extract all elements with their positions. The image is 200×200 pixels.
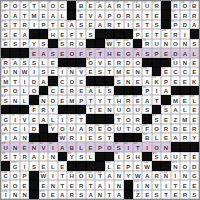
cell-4-19[interactable]: R: [171, 29, 180, 38]
cell-21-21[interactable]: S: [190, 190, 199, 199]
cell-16-6[interactable]: 92I: [48, 142, 57, 151]
cell-9-21[interactable]: K: [190, 76, 199, 85]
cell-2-6[interactable]: A: [48, 10, 57, 19]
cell-1-3[interactable]: 3S: [20, 1, 29, 10]
cell-3-17[interactable]: S: [152, 20, 161, 29]
cell-12-4[interactable]: 70F: [29, 105, 38, 114]
cell-1-19[interactable]: 17R: [171, 1, 180, 10]
cell-18-3[interactable]: I: [20, 161, 29, 170]
cell-9-13[interactable]: 54S: [114, 76, 123, 85]
cell-14-6[interactable]: 82Y: [48, 124, 57, 133]
cell-3-14[interactable]: I: [124, 20, 133, 29]
cell-14-2[interactable]: C: [10, 124, 19, 133]
cell-19-21[interactable]: G: [190, 171, 199, 180]
cell-9-15[interactable]: E: [133, 76, 142, 85]
cell-3-20[interactable]: D: [180, 20, 189, 29]
cell-2-5[interactable]: E: [39, 10, 48, 19]
cell-13-9[interactable]: 78T: [76, 114, 85, 123]
cell-10-6[interactable]: 57C: [48, 86, 57, 95]
cell-5-7[interactable]: 31S: [58, 39, 67, 48]
cell-17-6[interactable]: N: [48, 152, 57, 161]
cell-11-12[interactable]: T: [105, 95, 114, 104]
cell-19-1[interactable]: 104C: [1, 171, 10, 180]
cell-21-16[interactable]: E: [142, 190, 151, 199]
cell-14-8[interactable]: U: [67, 124, 76, 133]
cell-15-7[interactable]: 87W: [58, 133, 67, 142]
cell-17-4[interactable]: A: [29, 152, 38, 161]
cell-4-17[interactable]: T: [152, 29, 161, 38]
cell-18-6[interactable]: L: [48, 161, 57, 170]
cell-14-21[interactable]: R: [190, 124, 199, 133]
cell-20-18[interactable]: I: [161, 180, 170, 189]
cell-9-4[interactable]: D: [29, 76, 38, 85]
cell-1-1[interactable]: 1P: [1, 1, 10, 10]
cell-6-4[interactable]: 36E: [29, 48, 38, 57]
cell-11-14[interactable]: 65R: [124, 95, 133, 104]
cell-3-13[interactable]: T: [114, 20, 123, 29]
cell-5-1[interactable]: 30E: [1, 39, 10, 48]
cell-21-18[interactable]: T: [161, 190, 170, 199]
cell-13-6[interactable]: L: [48, 114, 57, 123]
cell-15-11[interactable]: S: [95, 133, 104, 142]
cell-16-13[interactable]: 93S: [114, 142, 123, 151]
cell-21-3[interactable]: N: [20, 190, 29, 199]
cell-15-9[interactable]: I: [76, 133, 85, 142]
cell-3-16[interactable]: T: [142, 20, 151, 29]
cell-2-17[interactable]: E: [152, 10, 161, 19]
cell-18-14[interactable]: P: [124, 161, 133, 170]
cell-16-12[interactable]: O: [105, 142, 114, 151]
cell-15-8[interactable]: R: [67, 133, 76, 142]
cell-13-17[interactable]: 80S: [152, 114, 161, 123]
cell-6-16[interactable]: S: [142, 48, 151, 57]
cell-8-2[interactable]: N: [10, 67, 19, 76]
cell-9-2[interactable]: T: [10, 76, 19, 85]
cell-18-7[interactable]: E: [58, 161, 67, 170]
cell-19-7[interactable]: T: [58, 171, 67, 180]
cell-18-5[interactable]: E: [39, 161, 48, 170]
cell-3-11[interactable]: A: [95, 20, 104, 29]
cell-10-8[interactable]: R: [67, 86, 76, 95]
cell-3-4[interactable]: I: [29, 20, 38, 29]
cell-8-6[interactable]: E: [48, 67, 57, 76]
cell-5-4[interactable]: Y: [29, 39, 38, 48]
cell-5-16[interactable]: 35R: [142, 39, 151, 48]
cell-1-10[interactable]: 9E: [86, 1, 95, 10]
cell-9-17[interactable]: 55K: [152, 76, 161, 85]
cell-20-10[interactable]: T: [86, 180, 95, 189]
cell-10-18[interactable]: A: [161, 86, 170, 95]
cell-16-3[interactable]: E: [20, 142, 29, 151]
cell-6-20[interactable]: A: [180, 48, 189, 57]
cell-10-4[interactable]: O: [29, 86, 38, 95]
cell-11-7[interactable]: E: [58, 95, 67, 104]
cell-17-3[interactable]: R: [20, 152, 29, 161]
cell-4-2[interactable]: E: [10, 29, 19, 38]
cell-4-10[interactable]: S: [86, 29, 95, 38]
cell-8-18[interactable]: 51E: [161, 67, 170, 76]
cell-15-20[interactable]: R: [180, 133, 189, 142]
cell-1-21[interactable]: 19B: [190, 1, 199, 10]
cell-3-10[interactable]: E: [86, 20, 95, 29]
cell-5-18[interactable]: N: [161, 39, 170, 48]
cell-4-18[interactable]: 29E: [161, 29, 170, 38]
cell-20-19[interactable]: T: [171, 180, 180, 189]
cell-7-1[interactable]: 41R: [1, 58, 10, 67]
cell-18-19[interactable]: 103N: [171, 161, 180, 170]
cell-12-10[interactable]: 71T: [86, 105, 95, 114]
cell-20-2[interactable]: O: [10, 180, 19, 189]
cell-2-13[interactable]: O: [114, 10, 123, 19]
cell-17-8[interactable]: 97Y: [67, 152, 76, 161]
cell-6-15[interactable]: 40A: [133, 48, 142, 57]
cell-5-19[interactable]: O: [171, 39, 180, 48]
cell-20-17[interactable]: V: [152, 180, 161, 189]
cell-13-4[interactable]: E: [29, 114, 38, 123]
cell-13-19[interactable]: Z: [171, 114, 180, 123]
cell-18-16[interactable]: 102W: [142, 161, 151, 170]
cell-12-18[interactable]: 72S: [161, 105, 170, 114]
cell-11-17[interactable]: T: [152, 95, 161, 104]
cell-15-1[interactable]: 86I: [1, 133, 10, 142]
cell-15-19[interactable]: A: [171, 133, 180, 142]
cell-21-7[interactable]: A: [58, 190, 67, 199]
cell-17-10[interactable]: L: [86, 152, 95, 161]
cell-11-13[interactable]: 64H: [114, 95, 123, 104]
cell-17-5[interactable]: I: [39, 152, 48, 161]
cell-4-15[interactable]: 28P: [133, 29, 142, 38]
cell-7-6[interactable]: E: [48, 58, 57, 67]
cell-16-7[interactable]: A: [58, 142, 67, 151]
cell-14-9[interactable]: A: [76, 124, 85, 133]
cell-20-11[interactable]: A: [95, 180, 104, 189]
cell-11-16[interactable]: A: [142, 95, 151, 104]
cell-9-3[interactable]: I: [20, 76, 29, 85]
cell-20-3[interactable]: E: [20, 180, 29, 189]
cell-5-2[interactable]: S: [10, 39, 19, 48]
cell-6-18[interactable]: E: [161, 48, 170, 57]
cell-9-20[interactable]: E: [180, 76, 189, 85]
cell-13-14[interactable]: O: [124, 114, 133, 123]
cell-21-1[interactable]: 114I: [1, 190, 10, 199]
cell-21-9[interactable]: S: [76, 190, 85, 199]
cell-11-6[interactable]: O: [48, 95, 57, 104]
cell-21-5[interactable]: 115D: [39, 190, 48, 199]
cell-13-3[interactable]: 75V: [20, 114, 29, 123]
cell-4-6[interactable]: 27H: [48, 29, 57, 38]
cell-19-3[interactable]: P: [20, 171, 29, 180]
cell-6-13[interactable]: E: [114, 48, 123, 57]
cell-7-20[interactable]: N: [180, 58, 189, 67]
cell-10-17[interactable]: I: [152, 86, 161, 95]
cell-7-14[interactable]: D: [124, 58, 133, 67]
cell-2-2[interactable]: A: [10, 10, 19, 19]
cell-8-11[interactable]: S: [95, 67, 104, 76]
cell-7-12[interactable]: E: [105, 58, 114, 67]
cell-19-8[interactable]: 106H: [67, 171, 76, 180]
cell-21-11[interactable]: N: [95, 190, 104, 199]
cell-4-7[interactable]: E: [58, 29, 67, 38]
cell-4-20[interactable]: I: [180, 29, 189, 38]
cell-8-1[interactable]: 46U: [1, 67, 10, 76]
cell-12-21[interactable]: E: [190, 105, 199, 114]
cell-12-13[interactable]: U: [114, 105, 123, 114]
cell-19-13[interactable]: N: [114, 171, 123, 180]
cell-18-13[interactable]: E: [114, 161, 123, 170]
cell-16-17[interactable]: O: [152, 142, 161, 151]
cell-2-15[interactable]: A: [133, 10, 142, 19]
cell-19-17[interactable]: R: [152, 171, 161, 180]
cell-13-5[interactable]: A: [39, 114, 48, 123]
cell-7-19[interactable]: 45U: [171, 58, 180, 67]
cell-6-14[interactable]: G: [124, 48, 133, 57]
cell-18-15[interactable]: E: [133, 161, 142, 170]
cell-21-15[interactable]: 116Z: [133, 190, 142, 199]
cell-12-16[interactable]: S: [142, 105, 151, 114]
cell-9-19[interactable]: E: [171, 76, 180, 85]
cell-19-20[interactable]: N: [180, 171, 189, 180]
cell-20-7[interactable]: T: [58, 180, 67, 189]
cell-13-15[interactable]: R: [133, 114, 142, 123]
cell-1-5[interactable]: 5H: [39, 1, 48, 10]
cell-12-14[interactable]: O: [124, 105, 133, 114]
cell-17-15[interactable]: H: [133, 152, 142, 161]
cell-1-15[interactable]: 14H: [133, 1, 142, 10]
cell-20-9[interactable]: R: [76, 180, 85, 189]
cell-10-10[interactable]: 58A: [86, 86, 95, 95]
cell-5-17[interactable]: U: [152, 39, 161, 48]
cell-16-2[interactable]: N: [10, 142, 19, 151]
cell-11-15[interactable]: 66E: [133, 95, 142, 104]
cell-8-14[interactable]: E: [124, 67, 133, 76]
cell-2-7[interactable]: L: [58, 10, 67, 19]
cell-8-5[interactable]: S: [39, 67, 48, 76]
cell-7-4[interactable]: S: [29, 58, 38, 67]
cell-19-14[interactable]: Y: [124, 171, 133, 180]
cell-11-2[interactable]: N: [10, 95, 19, 104]
cell-10-1[interactable]: 56P: [1, 86, 10, 95]
cell-18-21[interactable]: D: [190, 161, 199, 170]
cell-11-5[interactable]: 63N: [39, 95, 48, 104]
cell-7-13[interactable]: R: [114, 58, 123, 67]
cell-1-16[interactable]: 15U: [142, 1, 151, 10]
cell-5-13[interactable]: 33T: [114, 39, 123, 48]
cell-19-19[interactable]: I: [171, 171, 180, 180]
cell-11-20[interactable]: 68E: [180, 95, 189, 104]
cell-15-3[interactable]: N: [20, 133, 29, 142]
cell-2-20[interactable]: R: [180, 10, 189, 19]
cell-10-7[interactable]: E: [58, 86, 67, 95]
cell-8-13[interactable]: M: [114, 67, 123, 76]
cell-14-17[interactable]: O: [152, 124, 161, 133]
cell-11-3[interactable]: L: [20, 95, 29, 104]
cell-3-3[interactable]: R: [20, 20, 29, 29]
cell-3-19[interactable]: 25P: [171, 20, 180, 29]
cell-15-2[interactable]: A: [10, 133, 19, 142]
cell-5-5[interactable]: S: [39, 39, 48, 48]
cell-6-5[interactable]: A: [39, 48, 48, 57]
cell-7-21[interactable]: E: [190, 58, 199, 67]
cell-21-2[interactable]: N: [10, 190, 19, 199]
cell-14-15[interactable]: O: [133, 124, 142, 133]
cell-16-11[interactable]: P: [95, 142, 104, 151]
cell-12-12[interactable]: N: [105, 105, 114, 114]
cell-15-10[interactable]: E: [86, 133, 95, 142]
cell-12-19[interactable]: A: [171, 105, 180, 114]
cell-21-6[interactable]: E: [48, 190, 57, 199]
cell-19-18[interactable]: 110N: [161, 171, 170, 180]
cell-2-21[interactable]: R: [190, 10, 199, 19]
cell-12-20[interactable]: L: [180, 105, 189, 114]
cell-7-3[interactable]: 43S: [20, 58, 29, 67]
cell-4-1[interactable]: 26S: [1, 29, 10, 38]
cell-5-20[interactable]: N: [180, 39, 189, 48]
cell-21-20[interactable]: R: [180, 190, 189, 199]
cell-17-20[interactable]: T: [180, 152, 189, 161]
cell-13-20[interactable]: M: [180, 114, 189, 123]
cell-6-17[interactable]: P: [152, 48, 161, 57]
cell-8-8[interactable]: 48N: [67, 67, 76, 76]
cell-13-13[interactable]: 79T: [114, 114, 123, 123]
cell-14-10[interactable]: R: [86, 124, 95, 133]
cell-19-11[interactable]: 109T: [95, 171, 104, 180]
cell-15-21[interactable]: Y: [190, 133, 199, 142]
cell-3-8[interactable]: 24A: [67, 20, 76, 29]
cell-16-1[interactable]: 89U: [1, 142, 10, 151]
cell-3-12[interactable]: R: [105, 20, 114, 29]
cell-16-8[interactable]: B: [67, 142, 76, 151]
cell-1-14[interactable]: 13T: [124, 1, 133, 10]
cell-1-20[interactable]: 18O: [180, 1, 189, 10]
cell-11-8[interactable]: M: [67, 95, 76, 104]
cell-12-6[interactable]: Y: [48, 105, 57, 114]
cell-5-12[interactable]: 32W: [105, 39, 114, 48]
cell-17-17[interactable]: 99S: [152, 152, 161, 161]
cell-16-9[interactable]: L: [76, 142, 85, 151]
cell-14-4[interactable]: D: [29, 124, 38, 133]
cell-18-12[interactable]: 101L: [105, 161, 114, 170]
cell-20-15[interactable]: 113I: [133, 180, 142, 189]
cell-20-12[interactable]: I: [105, 180, 114, 189]
cell-16-18[interactable]: N: [161, 142, 170, 151]
cell-12-5[interactable]: R: [39, 105, 48, 114]
cell-3-9[interactable]: S: [76, 20, 85, 29]
cell-3-15[interactable]: S: [133, 20, 142, 29]
cell-8-12[interactable]: T: [105, 67, 114, 76]
cell-8-16[interactable]: 50T: [142, 67, 151, 76]
cell-2-3[interactable]: T: [20, 10, 29, 19]
cell-2-11[interactable]: A: [95, 10, 104, 19]
cell-4-9[interactable]: T: [76, 29, 85, 38]
cell-10-16[interactable]: 61P: [142, 86, 151, 95]
cell-13-2[interactable]: 74I: [10, 114, 19, 123]
cell-13-1[interactable]: 73G: [1, 114, 10, 123]
cell-7-5[interactable]: L: [39, 58, 48, 67]
cell-1-9[interactable]: 8B: [76, 1, 85, 10]
cell-17-1[interactable]: 96S: [1, 152, 10, 161]
cell-13-21[interactable]: E: [190, 114, 199, 123]
cell-2-9[interactable]: 21E: [76, 10, 85, 19]
cell-14-18[interactable]: R: [161, 124, 170, 133]
cell-16-10[interactable]: E: [86, 142, 95, 151]
cell-3-6[interactable]: T: [48, 20, 57, 29]
cell-6-21[interactable]: L: [190, 48, 199, 57]
cell-12-11[interactable]: E: [95, 105, 104, 114]
cell-20-1[interactable]: 111H: [1, 180, 10, 189]
cell-10-11[interactable]: 59L: [95, 86, 104, 95]
cell-2-4[interactable]: M: [29, 10, 38, 19]
cell-19-15[interactable]: W: [133, 171, 142, 180]
cell-20-13[interactable]: N: [114, 180, 123, 189]
cell-17-18[interactable]: A: [161, 152, 170, 161]
cell-4-8[interactable]: F: [67, 29, 76, 38]
cell-13-8[interactable]: 77F: [67, 114, 76, 123]
cell-9-16[interactable]: A: [142, 76, 151, 85]
cell-21-8[interactable]: R: [67, 190, 76, 199]
cell-14-3[interactable]: I: [20, 124, 29, 133]
cell-2-14[interactable]: R: [124, 10, 133, 19]
cell-2-16[interactable]: T: [142, 10, 151, 19]
cell-7-15[interactable]: O: [133, 58, 142, 67]
cell-5-21[interactable]: S: [190, 39, 199, 48]
cell-19-9[interactable]: 107O: [76, 171, 85, 180]
cell-6-10[interactable]: 38F: [86, 48, 95, 57]
cell-17-2[interactable]: T: [10, 152, 19, 161]
cell-19-5[interactable]: 105W: [39, 171, 48, 180]
cell-8-15[interactable]: N: [133, 67, 142, 76]
cell-16-5[interactable]: 91V: [39, 142, 48, 151]
cell-14-1[interactable]: 81A: [1, 124, 10, 133]
cell-11-19[interactable]: 67M: [171, 95, 180, 104]
cell-8-10[interactable]: E: [86, 67, 95, 76]
cell-8-4[interactable]: I: [29, 67, 38, 76]
cell-9-18[interactable]: P: [161, 76, 170, 85]
cell-15-12[interactable]: T: [105, 133, 114, 142]
cell-6-7[interactable]: E: [58, 48, 67, 57]
cell-14-14[interactable]: T: [124, 124, 133, 133]
cell-3-2[interactable]: T: [10, 20, 19, 29]
cell-2-19[interactable]: 22E: [171, 10, 180, 19]
cell-15-18[interactable]: E: [161, 133, 170, 142]
cell-21-13[interactable]: A: [114, 190, 123, 199]
cell-2-1[interactable]: 20O: [1, 10, 10, 19]
cell-1-4[interactable]: 4T: [29, 1, 38, 10]
cell-5-14[interactable]: 34O: [124, 39, 133, 48]
cell-13-7[interactable]: 76I: [58, 114, 67, 123]
cell-1-2[interactable]: 2O: [10, 1, 19, 10]
cell-14-7[interactable]: O: [58, 124, 67, 133]
cell-8-19[interactable]: C: [171, 67, 180, 76]
cell-16-4[interactable]: 90N: [29, 142, 38, 151]
cell-18-2[interactable]: 100G: [10, 161, 19, 170]
cell-1-7[interactable]: 7C: [58, 1, 67, 10]
cell-11-21[interactable]: 69L: [190, 95, 199, 104]
cell-18-20[interactable]: O: [180, 161, 189, 170]
cell-2-10[interactable]: V: [86, 10, 95, 19]
cell-20-21[interactable]: E: [190, 180, 199, 189]
cell-9-8[interactable]: O: [67, 76, 76, 85]
cell-19-6[interactable]: I: [48, 171, 57, 180]
cell-10-9[interactable]: E: [76, 86, 85, 95]
cell-6-19[interactable]: D: [171, 48, 180, 57]
cell-15-16[interactable]: 88B: [142, 133, 151, 142]
cell-4-3[interactable]: A: [20, 29, 29, 38]
cell-15-17[interactable]: L: [152, 133, 161, 142]
cell-17-21[interactable]: E: [190, 152, 199, 161]
cell-5-8[interactable]: R: [67, 39, 76, 48]
cell-16-15[interactable]: 95T: [133, 142, 142, 151]
cell-14-11[interactable]: 83E: [95, 124, 104, 133]
